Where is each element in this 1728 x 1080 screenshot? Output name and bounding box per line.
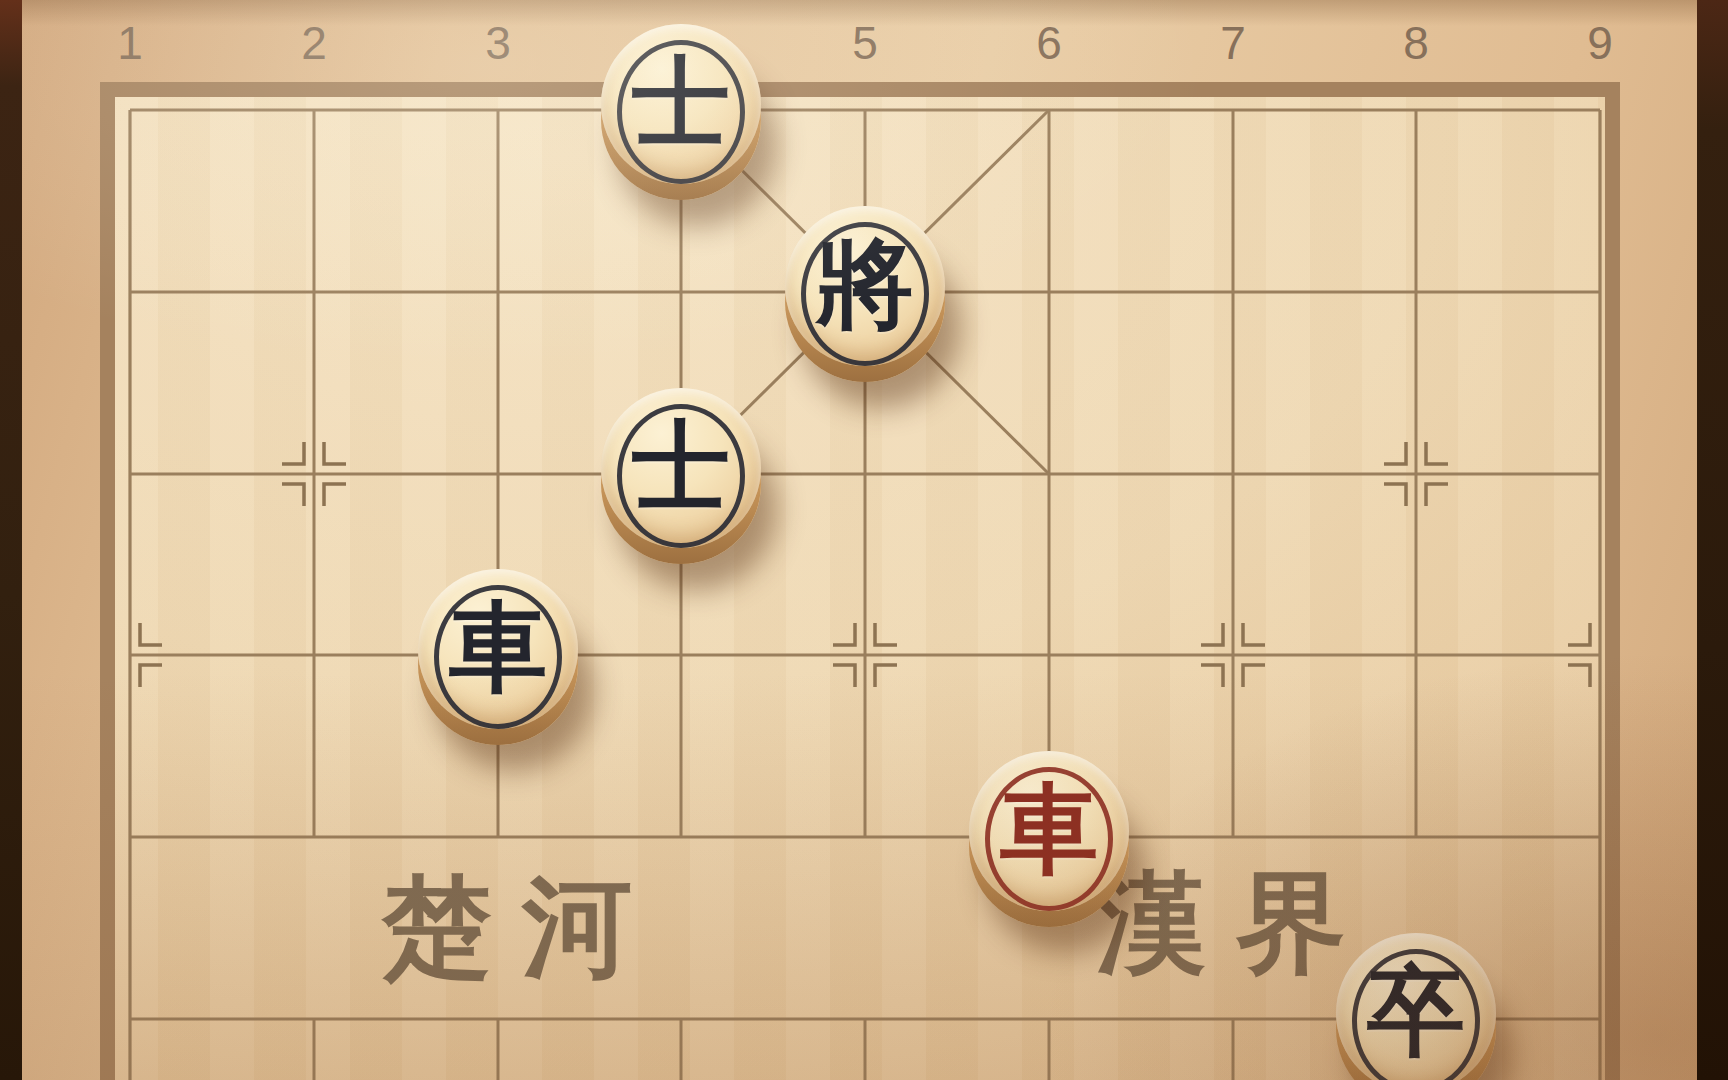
position-marker <box>282 442 304 464</box>
xiangqi-app-screen: 123456789 楚河 漢界 士將士車車卒 <box>0 0 1728 1080</box>
piece-red-chariot[interactable]: 車 <box>969 751 1129 929</box>
position-marker <box>833 623 855 645</box>
position-marker <box>1568 623 1590 645</box>
piece-glyph: 將 <box>785 206 945 366</box>
position-marker <box>324 442 346 464</box>
piece-black-advisor[interactable]: 士 <box>601 24 761 202</box>
piece-black-advisor[interactable]: 士 <box>601 388 761 566</box>
position-marker <box>1426 442 1448 464</box>
river-text-left: 楚河 <box>382 872 662 982</box>
piece-black-soldier[interactable]: 卒 <box>1336 933 1496 1080</box>
piece-glyph: 卒 <box>1336 933 1496 1080</box>
position-marker <box>1384 484 1406 506</box>
position-marker <box>833 665 855 687</box>
position-marker <box>140 665 162 687</box>
position-marker <box>140 623 162 645</box>
position-marker <box>875 623 897 645</box>
position-marker <box>1243 665 1265 687</box>
river-text-right: 漢界 <box>1096 868 1376 978</box>
position-marker <box>324 484 346 506</box>
piece-glyph: 車 <box>969 751 1129 911</box>
position-marker <box>1426 484 1448 506</box>
position-marker <box>1568 665 1590 687</box>
piece-black-general[interactable]: 將 <box>785 206 945 384</box>
position-marker <box>1243 623 1265 645</box>
board-grid <box>0 0 1728 1080</box>
position-marker <box>1201 623 1223 645</box>
piece-glyph: 士 <box>601 24 761 184</box>
position-marker <box>282 484 304 506</box>
piece-glyph: 車 <box>418 569 578 729</box>
piece-black-chariot[interactable]: 車 <box>418 569 578 747</box>
position-marker <box>1201 665 1223 687</box>
position-marker <box>875 665 897 687</box>
left-dark-frame-strip <box>0 0 22 1080</box>
position-marker <box>1384 442 1406 464</box>
piece-glyph: 士 <box>601 388 761 548</box>
right-dark-frame-strip <box>1697 0 1728 1080</box>
